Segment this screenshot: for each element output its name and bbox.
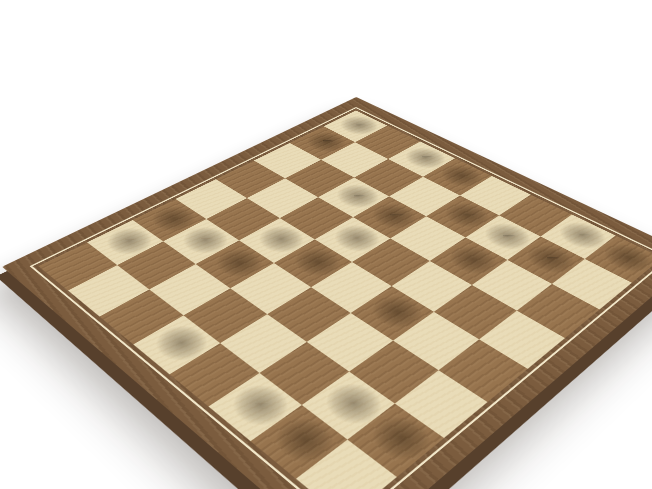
black-knight-glyph: ♞ xyxy=(370,174,410,218)
black-king-glyph: ♚ xyxy=(598,203,650,261)
white-rook-glyph: ♜ xyxy=(108,205,141,242)
black-rook-glyph: ♜ xyxy=(342,95,370,126)
black-bishop-glyph: ♝ xyxy=(403,118,440,159)
black-knight-glyph: ♞ xyxy=(443,173,483,217)
black-pawn-glyph: ♟ xyxy=(489,204,518,237)
white-queen-glyph: ♛ xyxy=(150,286,204,346)
white-pawn-glyph: ♟ xyxy=(155,188,184,220)
white-pawn-glyph: ♟ xyxy=(220,230,251,264)
white-pawn-glyph: ♟ xyxy=(377,397,415,439)
white-knight-glyph: ♞ xyxy=(370,264,415,314)
white-pawn-glyph: ♟ xyxy=(338,206,368,239)
white-pawn-glyph: ♟ xyxy=(186,208,216,241)
white-pawn-glyph: ♟ xyxy=(454,227,484,261)
white-king-glyph: ♚ xyxy=(267,371,332,443)
black-pawn-glyph: ♟ xyxy=(310,114,336,143)
black-pawn-glyph: ♟ xyxy=(340,166,368,197)
black-rook-glyph: ♜ xyxy=(562,200,595,237)
black-pawn-glyph: ♟ xyxy=(531,226,561,260)
chess-board: ♚♛♜♜♝♞♞♟♟♟♟♟♟♟♚♛♜♜♝♞♞♟♟♟♟ xyxy=(2,97,652,489)
pieces-layer: ♚♛♜♜♝♞♞♟♟♟♟♟♟♟♚♛♜♜♝♞♞♟♟♟♟ xyxy=(2,97,652,489)
white-bishop-glyph: ♝ xyxy=(292,216,335,264)
chess-product-photo: ♚♛♜♜♝♞♞♟♟♟♟♟♟♟♚♛♜♜♝♞♞♟♟♟♟ xyxy=(0,0,652,489)
white-pawn-glyph: ♟ xyxy=(330,364,366,405)
